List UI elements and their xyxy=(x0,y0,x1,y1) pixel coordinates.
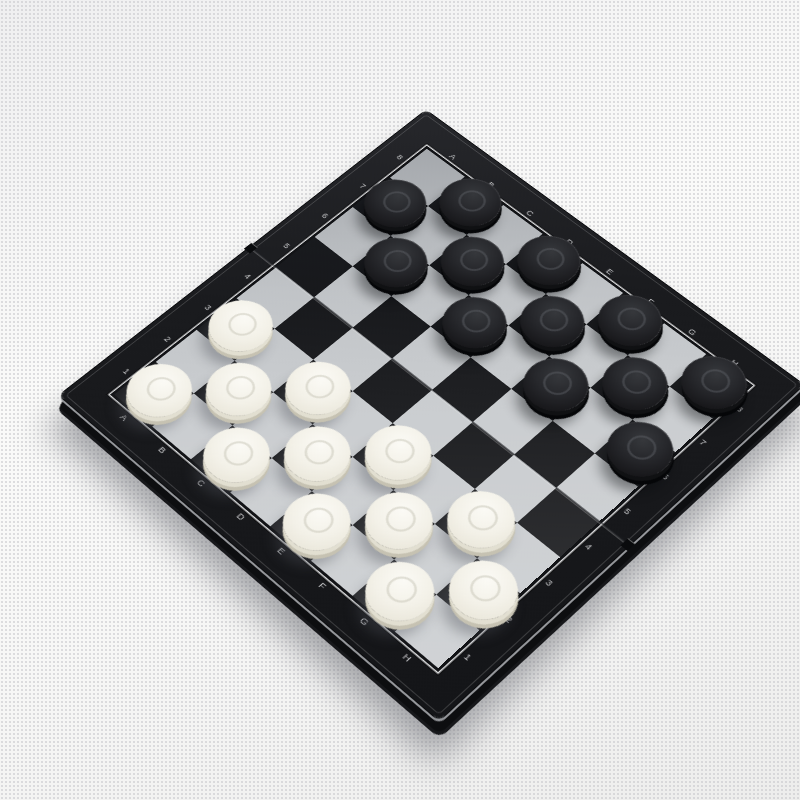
coordinate-label: 4 xyxy=(576,536,614,567)
checkers-board: ABCDEFGH ABCDEFGH 87654321 87654321 xyxy=(59,110,800,720)
coordinate-label: 6 xyxy=(304,199,337,225)
coordinate-label: 4 xyxy=(227,259,261,286)
hinge-notch-left xyxy=(244,243,258,254)
table-surface: ABCDEFGH ABCDEFGH 87654321 87654321 xyxy=(0,0,800,800)
coordinate-label: 3 xyxy=(536,572,574,604)
coordinate-label: 1 xyxy=(455,645,494,678)
coordinate-label: 8 xyxy=(379,141,412,166)
coordinate-label: 5 xyxy=(266,229,300,255)
playing-field xyxy=(114,149,749,668)
hinge-notch-right xyxy=(620,538,635,551)
coordinate-label: 7 xyxy=(690,432,727,461)
coordinate-label: 5 xyxy=(615,500,653,530)
